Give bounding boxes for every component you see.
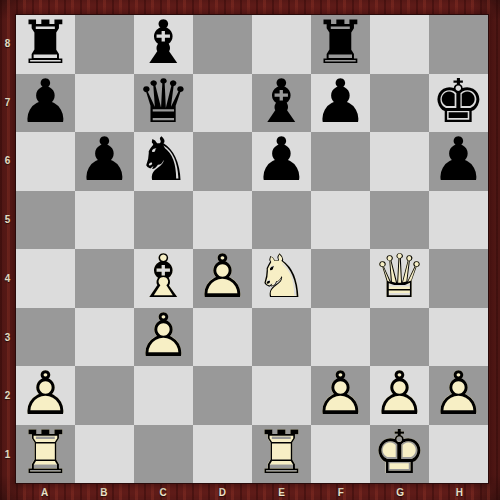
white-pawn-piece[interactable]: ♟ [196,246,250,306]
white-pawn-piece-outline: ♙ [19,363,73,423]
square-a7-black-pawn[interactable]: ♟ [16,74,75,133]
rank-label-8: 8 [0,14,15,73]
rank-label-1: 1 [0,425,15,484]
square-e2[interactable] [252,366,311,425]
black-king-piece[interactable]: ♚ [432,71,486,131]
black-knight-piece[interactable]: ♞ [137,129,191,189]
file-label-f: F [311,484,370,500]
square-d6[interactable] [193,132,252,191]
square-f4[interactable] [311,249,370,308]
square-c2[interactable] [134,366,193,425]
file-label-e: E [252,484,311,500]
white-pawn-piece[interactable]: ♟ [19,363,73,423]
square-g2-white-pawn[interactable]: ♟♙ [370,366,429,425]
black-pawn-piece[interactable]: ♟ [255,129,309,189]
square-a8-black-rook[interactable]: ♜ [16,15,75,74]
white-queen-piece[interactable]: ♛ [373,246,427,306]
file-label-g: G [371,484,430,500]
white-pawn-piece[interactable]: ♟ [432,363,486,423]
white-pawn-piece-outline: ♙ [373,363,427,423]
square-f7-black-pawn[interactable]: ♟ [311,74,370,133]
chess-board: ♜♝♜♟♛♝♟♚♟♞♟♟♝♗♟♙♞♘♛♕♟♙♟♙♟♙♟♙♟♙♜♖♜♖♚♔ [15,14,489,484]
white-knight-piece-outline: ♘ [255,246,309,306]
black-rook-piece[interactable]: ♜ [314,12,368,72]
square-h1[interactable] [429,425,488,484]
rank-label-7: 7 [0,73,15,132]
white-pawn-piece-outline: ♙ [432,363,486,423]
square-e4-white-knight[interactable]: ♞♘ [252,249,311,308]
white-pawn-piece[interactable]: ♟ [314,363,368,423]
square-f2-white-pawn[interactable]: ♟♙ [311,366,370,425]
black-queen-piece[interactable]: ♛ [137,71,191,131]
black-bishop-piece[interactable]: ♝ [137,12,191,72]
square-a6[interactable] [16,132,75,191]
file-label-h: H [430,484,489,500]
square-b6-black-pawn[interactable]: ♟ [75,132,134,191]
square-b1[interactable] [75,425,134,484]
white-queen-piece-outline: ♕ [373,246,427,306]
square-g8[interactable] [370,15,429,74]
square-d5[interactable] [193,191,252,250]
square-g5[interactable] [370,191,429,250]
square-h5[interactable] [429,191,488,250]
square-e5[interactable] [252,191,311,250]
white-rook-piece-outline: ♖ [19,422,73,482]
black-pawn-piece[interactable]: ♟ [314,71,368,131]
square-b5[interactable] [75,191,134,250]
rank-label-4: 4 [0,249,15,308]
white-pawn-piece[interactable]: ♟ [137,305,191,365]
white-king-piece-outline: ♔ [373,422,427,482]
white-bishop-piece-outline: ♗ [137,246,191,306]
white-pawn-piece-outline: ♙ [137,305,191,365]
rank-label-6: 6 [0,132,15,191]
square-c8-black-bishop[interactable]: ♝ [134,15,193,74]
rank-label-3: 3 [0,308,15,367]
square-a1-white-rook[interactable]: ♜♖ [16,425,75,484]
square-a2-white-pawn[interactable]: ♟♙ [16,366,75,425]
square-d4-white-pawn[interactable]: ♟♙ [193,249,252,308]
white-rook-piece[interactable]: ♜ [19,422,73,482]
rank-labels: 87654321 [0,14,15,484]
square-f5[interactable] [311,191,370,250]
square-f1[interactable] [311,425,370,484]
square-b3[interactable] [75,308,134,367]
square-d8[interactable] [193,15,252,74]
square-b7[interactable] [75,74,134,133]
file-labels: ABCDEFGH [15,484,489,500]
square-g7[interactable] [370,74,429,133]
white-pawn-piece[interactable]: ♟ [373,363,427,423]
board-frame: 87654321 ABCDEFGH ♜♝♜♟♛♝♟♚♟♞♟♟♝♗♟♙♞♘♛♕♟♙… [0,0,500,500]
white-king-piece[interactable]: ♚ [373,422,427,482]
square-d2[interactable] [193,366,252,425]
square-h6-black-pawn[interactable]: ♟ [429,132,488,191]
square-d3[interactable] [193,308,252,367]
black-pawn-piece[interactable]: ♟ [78,129,132,189]
file-label-d: D [193,484,252,500]
square-b2[interactable] [75,366,134,425]
square-h2-white-pawn[interactable]: ♟♙ [429,366,488,425]
square-a5[interactable] [16,191,75,250]
black-rook-piece[interactable]: ♜ [19,12,73,72]
square-e8[interactable] [252,15,311,74]
square-h7-black-king[interactable]: ♚ [429,74,488,133]
square-c5[interactable] [134,191,193,250]
square-g4-white-queen[interactable]: ♛♕ [370,249,429,308]
square-a3[interactable] [16,308,75,367]
rank-label-5: 5 [0,190,15,249]
square-f8-black-rook[interactable]: ♜ [311,15,370,74]
black-pawn-piece[interactable]: ♟ [432,129,486,189]
square-g3[interactable] [370,308,429,367]
file-label-c: C [134,484,193,500]
file-label-a: A [15,484,74,500]
white-rook-piece[interactable]: ♜ [255,422,309,482]
square-c3-white-pawn[interactable]: ♟♙ [134,308,193,367]
black-pawn-piece[interactable]: ♟ [19,71,73,131]
square-e7-black-bishop[interactable]: ♝ [252,74,311,133]
square-c6-black-knight[interactable]: ♞ [134,132,193,191]
black-bishop-piece[interactable]: ♝ [255,71,309,131]
square-a4[interactable] [16,249,75,308]
square-b4[interactable] [75,249,134,308]
white-knight-piece[interactable]: ♞ [255,246,309,306]
square-f6[interactable] [311,132,370,191]
square-d7[interactable] [193,74,252,133]
square-g6[interactable] [370,132,429,191]
white-pawn-piece-outline: ♙ [196,246,250,306]
white-rook-piece-outline: ♖ [255,422,309,482]
square-c4-white-bishop[interactable]: ♝♗ [134,249,193,308]
square-h8[interactable] [429,15,488,74]
square-g1-white-king[interactable]: ♚♔ [370,425,429,484]
rank-label-2: 2 [0,367,15,426]
square-f3[interactable] [311,308,370,367]
square-e1-white-rook[interactable]: ♜♖ [252,425,311,484]
square-b8[interactable] [75,15,134,74]
square-h3[interactable] [429,308,488,367]
white-pawn-piece-outline: ♙ [314,363,368,423]
square-e3[interactable] [252,308,311,367]
white-bishop-piece[interactable]: ♝ [137,246,191,306]
square-c7-black-queen[interactable]: ♛ [134,74,193,133]
square-e6-black-pawn[interactable]: ♟ [252,132,311,191]
file-label-b: B [74,484,133,500]
square-d1[interactable] [193,425,252,484]
square-h4[interactable] [429,249,488,308]
square-c1[interactable] [134,425,193,484]
